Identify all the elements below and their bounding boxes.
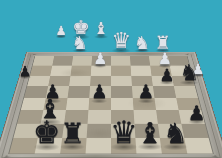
square-h2[interactable] [30, 65, 52, 75]
square-f1[interactable] [72, 56, 92, 65]
piece-black-knight-a5[interactable]: ♞ [179, 62, 199, 84]
square-e7[interactable] [87, 123, 111, 137]
piece-black-king-g8[interactable]: ♚ [33, 117, 61, 148]
piece-white-pawn-g2[interactable]: ♟ [55, 25, 66, 38]
piece-white-knight-f3[interactable]: ♞ [72, 34, 88, 52]
piece-black-bishop-c8[interactable]: ♝ [137, 119, 163, 148]
square-e6[interactable] [88, 110, 111, 123]
app-background: ➤ ➤ ➤ ➤ ♚♛♜♝♞♞♟♟♟♚♛♜♝♝♞♞♟♟♟♟♟♟♟ [0, 0, 222, 158]
square-c2[interactable] [131, 65, 152, 75]
piece-black-knight-b8[interactable]: ♞ [163, 120, 188, 148]
square-f4[interactable] [68, 86, 90, 98]
square-f5[interactable] [66, 98, 89, 110]
square-b4[interactable] [153, 86, 176, 98]
square-f3[interactable] [69, 75, 91, 86]
square-e8[interactable] [86, 138, 111, 154]
piece-black-pawn-e6[interactable]: ♟ [91, 83, 108, 102]
square-f2[interactable] [71, 65, 92, 75]
square-g2[interactable] [50, 65, 72, 75]
square-a4[interactable] [174, 86, 198, 98]
square-g1[interactable] [52, 56, 73, 65]
captured-black-pawn-left-rail[interactable]: ♟ [19, 64, 32, 78]
piece-black-rook-f8[interactable]: ♜ [60, 120, 85, 148]
piece-black-queen-d8[interactable]: ♛ [110, 117, 138, 148]
square-d4[interactable] [111, 86, 133, 98]
piece-white-knight-c3[interactable]: ♞ [134, 34, 150, 52]
piece-black-pawn-a7[interactable]: ♟ [187, 102, 205, 122]
square-d5[interactable] [111, 98, 134, 110]
piece-white-bishop-e2[interactable]: ♝ [94, 21, 109, 38]
piece-black-pawn-c6[interactable]: ♟ [138, 83, 155, 102]
piece-white-queen-d3[interactable]: ♛ [111, 30, 131, 52]
square-h1[interactable] [33, 56, 54, 65]
piece-black-pawn-b5[interactable]: ♟ [159, 67, 174, 84]
piece-white-pawn-e4[interactable]: ♟ [93, 51, 107, 67]
square-a8[interactable] [184, 138, 213, 154]
square-b5[interactable] [154, 98, 178, 110]
square-d2[interactable] [111, 65, 131, 75]
square-c1[interactable] [130, 56, 150, 65]
square-d1[interactable] [111, 56, 131, 65]
square-d3[interactable] [111, 75, 132, 86]
